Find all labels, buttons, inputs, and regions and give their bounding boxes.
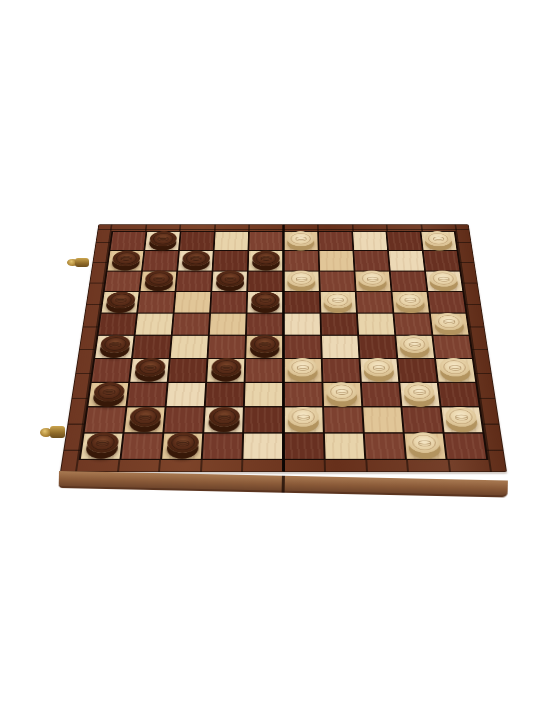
light-man-glyph: ⛀ [408,339,422,348]
front-edge-seam [282,476,285,493]
board-square [165,408,204,432]
hinge-barrel-icon [50,426,66,437]
board-square: ⛂ [130,359,169,382]
light-man-glyph: ⛀ [448,363,462,373]
board-square [284,314,319,335]
dark-man-glyph: ⛂ [152,274,165,283]
board-square [110,232,145,251]
board-square: ⛀ [323,383,361,407]
checkers-board-wrap: ⛂⛀⛀⛂⛂⛂⛂⛂⛀⛀⛀⛂⛂⛀⛀⛀⛂⛂⛀⛂⛂⛀⛀⛀⛂⛀⛀⛂⛂⛀⛀⛂⛂⛀ [60,25,507,472]
dark-man-glyph: ⛂ [258,339,271,348]
light-draughts-man: ⛀ [287,231,314,246]
light-man-glyph: ⛀ [296,363,309,373]
board-square [173,314,210,335]
board-square: ⛀ [396,336,434,358]
board-square [211,292,246,312]
board-square [444,433,486,458]
board-square [175,292,211,312]
dark-draughts-man: ⛂ [216,271,244,287]
board-square [424,251,460,270]
board-square: ⛂ [145,232,180,251]
dark-draughts-man: ⛂ [252,251,279,267]
board-square [390,271,426,291]
board-square: ⛀ [284,359,321,382]
board-square: ⛀ [284,408,322,432]
dark-draughts-man: ⛂ [105,291,135,308]
board-square [92,359,131,382]
board-square: ⛂ [212,271,247,291]
light-man-glyph: ⛀ [335,387,349,397]
board-square: ⛀ [320,292,355,312]
dark-draughts-man: ⛂ [99,335,130,353]
light-draughts-man: ⛀ [439,358,471,376]
light-draughts-man: ⛀ [408,433,441,454]
dark-draughts-man: ⛂ [211,358,241,376]
board-square [387,232,422,251]
board-square [358,314,395,335]
board-square [214,251,248,270]
dark-draughts-man: ⛂ [166,433,199,454]
dark-man-glyph: ⛂ [138,411,153,422]
board-square: ⛂ [81,433,123,458]
board-square [284,292,319,312]
board-square: ⛂ [108,251,144,270]
board-square [206,383,244,407]
board-square: ⛂ [178,251,213,270]
board-square [143,251,178,270]
board-square [85,408,126,432]
light-draughts-man: ⛀ [323,291,352,308]
board-square: ⛀ [400,383,439,407]
board-square [402,408,442,432]
dark-draughts-man: ⛂ [111,251,140,267]
board-square: ⛀ [404,433,445,458]
dark-draughts-man: ⛂ [134,358,166,376]
light-draughts-man: ⛀ [288,407,319,427]
light-man-glyph: ⛀ [442,317,456,326]
board-square: ⛀ [284,232,317,251]
board-square: ⛂ [125,408,165,432]
light-draughts-man: ⛀ [287,271,315,287]
board-square [203,433,242,458]
light-man-glyph: ⛀ [412,387,426,397]
brass-hinge-bottom [40,424,65,440]
light-man-glyph: ⛀ [403,295,416,304]
board-square [324,433,363,458]
board-square: ⛀ [284,271,318,291]
dark-draughts-man: ⛂ [182,251,210,267]
dark-man-glyph: ⛂ [190,254,203,262]
board-square [394,314,431,335]
board-square [209,336,246,358]
board-square: ⛀ [355,271,390,291]
board-square [284,383,321,407]
board-square: ⛀ [431,314,469,335]
board-square [171,336,208,358]
board-square: ⛂ [248,292,283,312]
board-square [247,314,282,335]
board-square: ⛂ [102,292,139,312]
board-square [362,383,401,407]
dark-draughts-man: ⛂ [129,407,162,427]
board-square: ⛂ [249,251,283,270]
dark-draughts-man: ⛂ [92,382,125,401]
dark-draughts-man: ⛂ [144,271,173,287]
board-square: ⛂ [141,271,177,291]
dark-man-glyph: ⛂ [101,387,116,397]
board-square [433,336,472,358]
board-square [128,383,167,407]
light-draughts-man: ⛀ [445,407,478,427]
board-square [398,359,437,382]
board-square: ⛀ [426,271,462,291]
dark-draughts-man: ⛂ [251,291,279,308]
board-square [354,251,389,270]
light-man-glyph: ⛀ [295,274,307,283]
dark-draughts-man: ⛂ [208,407,240,427]
light-man-glyph: ⛀ [432,235,445,243]
light-draughts-man: ⛀ [429,271,459,287]
board-square [428,292,465,312]
board-square [169,359,207,382]
board-square [319,251,353,270]
board-square [284,251,318,270]
dark-man-glyph: ⛂ [157,235,170,243]
board-square [215,232,249,251]
board-square [245,383,282,407]
dark-man-glyph: ⛂ [95,437,110,448]
board-square [389,251,424,270]
board-square [356,292,392,312]
board-square [177,271,212,291]
dark-draughts-man: ⛂ [85,433,119,454]
dark-draughts-man: ⛂ [149,231,177,246]
brass-hinge-top [67,256,89,269]
light-draughts-man: ⛀ [403,382,435,401]
board-square [105,271,141,291]
board-square: ⛂ [207,359,244,382]
board-square [320,271,355,291]
board-square [353,232,387,251]
dark-draughts-man: ⛂ [250,335,279,353]
dark-man-glyph: ⛂ [219,363,233,373]
board-square [284,433,323,458]
board-square: ⛂ [88,383,128,407]
light-man-glyph: ⛀ [331,295,344,304]
light-man-glyph: ⛀ [417,437,432,448]
board-square: ⛂ [247,336,283,358]
hinge-barrel-icon [75,258,89,267]
board-square [250,232,283,251]
board-square [210,314,246,335]
board-square [245,408,283,432]
board-square: ⛀ [392,292,429,312]
board-square [138,292,175,312]
dark-man-glyph: ⛂ [175,437,190,448]
board-square [322,336,359,358]
board-square [133,336,171,358]
board-square [167,383,206,407]
board-square [136,314,173,335]
dark-man-glyph: ⛂ [108,339,122,348]
light-man-glyph: ⛀ [295,235,307,243]
board-square [244,433,283,458]
dark-man-glyph: ⛂ [217,411,231,422]
board-square: ⛂ [95,336,134,358]
dark-man-glyph: ⛂ [114,295,128,304]
light-draughts-man: ⛀ [358,271,387,287]
dark-man-glyph: ⛂ [259,295,272,304]
checkers-board: ⛂⛀⛀⛂⛂⛂⛂⛂⛀⛀⛀⛂⛂⛀⛀⛀⛂⛂⛀⛂⛂⛀⛀⛀⛂⛀⛀⛂⛂⛀⛀⛂⛂⛀ [60,224,507,472]
dark-man-glyph: ⛂ [143,363,157,373]
light-man-glyph: ⛀ [454,411,469,422]
board-square: ⛀ [436,359,475,382]
board-square [359,336,396,358]
board-square [284,336,320,358]
dark-man-glyph: ⛂ [224,274,237,283]
board-square: ⛂ [205,408,244,432]
board-square [248,271,282,291]
light-draughts-man: ⛀ [399,335,430,353]
board-square: ⛀ [360,359,398,382]
board-square [439,383,479,407]
fold-seam [282,225,285,472]
light-man-glyph: ⛀ [372,363,386,373]
light-man-glyph: ⛀ [296,411,310,422]
dark-man-glyph: ⛂ [260,254,272,262]
light-draughts-man: ⛀ [288,358,318,376]
board-square [98,314,136,335]
board-square [322,359,359,382]
light-man-glyph: ⛀ [366,274,379,283]
board-square [363,408,402,432]
board-square [246,359,283,382]
board-square: ⛂ [162,433,202,458]
light-draughts-man: ⛀ [326,382,357,401]
board-front-edge [59,471,508,497]
light-draughts-man: ⛀ [395,291,425,308]
board-square [321,314,357,335]
board-square [364,433,404,458]
board-square [180,232,214,251]
light-draughts-man: ⛀ [363,358,394,376]
light-man-glyph: ⛀ [437,274,450,283]
light-draughts-man: ⛀ [424,231,453,246]
light-draughts-man: ⛀ [434,313,465,330]
board-square: ⛀ [421,232,456,251]
board-square [319,232,353,251]
board-square: ⛀ [442,408,483,432]
product-photo: ⛂⛀⛀⛂⛂⛂⛂⛂⛀⛀⛀⛂⛂⛀⛀⛀⛂⛂⛀⛂⛂⛀⛀⛀⛂⛀⛀⛂⛂⛀⛀⛂⛂⛀ [0,0,540,720]
dark-man-glyph: ⛂ [119,254,132,262]
board-square [122,433,163,458]
board-square [324,408,363,432]
